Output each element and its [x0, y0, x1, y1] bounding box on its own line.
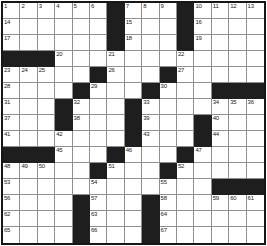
black-cell-r6c13: [212, 83, 229, 99]
clue-number-15: 15: [126, 19, 132, 26]
clue-number-50: 50: [39, 163, 45, 170]
white-cell-r1c1[interactable]: 1: [3, 3, 20, 19]
clue-number-24: 24: [21, 67, 27, 74]
white-cell-r1c6[interactable]: 6: [90, 3, 107, 19]
clue-number-6: 6: [91, 3, 94, 10]
white-cell-r2c13[interactable]: [212, 19, 229, 35]
clue-number-63: 63: [91, 211, 97, 218]
clue-number-22: 22: [178, 51, 184, 58]
clue-number-23: 23: [4, 67, 10, 74]
white-cell-r12c9[interactable]: [142, 179, 159, 195]
white-cell-r6c11[interactable]: [177, 83, 194, 99]
white-cell-r2c5[interactable]: [73, 19, 90, 35]
white-cell-r14c3[interactable]: [38, 211, 55, 227]
white-cell-r10c5[interactable]: [73, 147, 90, 163]
white-cell-r5c14[interactable]: [229, 67, 246, 83]
black-cell-r15c9: [142, 227, 159, 243]
white-cell-r2c10[interactable]: [160, 19, 177, 35]
white-cell-r13c10[interactable]: 58: [160, 195, 177, 211]
white-cell-r2c14[interactable]: [229, 19, 246, 35]
white-cell-r9c2[interactable]: [20, 131, 37, 147]
clue-number-31: 31: [4, 99, 10, 106]
clue-number-25: 25: [39, 67, 45, 74]
white-cell-r15c8[interactable]: [125, 227, 142, 243]
white-cell-r10c9[interactable]: [142, 147, 159, 163]
clue-number-47: 47: [195, 147, 201, 154]
white-cell-r6c2[interactable]: [20, 83, 37, 99]
clue-number-33: 33: [143, 99, 149, 106]
white-cell-r13c7[interactable]: [107, 195, 124, 211]
clue-number-43: 43: [143, 131, 149, 138]
white-cell-r5c8[interactable]: [125, 67, 142, 83]
white-cell-r11c2[interactable]: 49: [20, 163, 37, 179]
white-cell-r11c1[interactable]: 48: [3, 163, 20, 179]
white-cell-r3c2[interactable]: [20, 35, 37, 51]
white-cell-r9c5[interactable]: [73, 131, 90, 147]
clue-number-54: 54: [91, 179, 97, 186]
white-cell-r13c1[interactable]: 56: [3, 195, 20, 211]
white-cell-r2c12[interactable]: 16: [194, 19, 211, 35]
black-cell-r6c9: [142, 83, 159, 99]
white-cell-r8c6[interactable]: [90, 115, 107, 131]
white-cell-r1c15[interactable]: 13: [247, 3, 264, 19]
black-cell-r10c11: [177, 147, 194, 163]
clue-number-8: 8: [143, 3, 146, 10]
black-cell-r1c7: [107, 3, 124, 19]
white-cell-r14c6[interactable]: 63: [90, 211, 107, 227]
clue-number-29: 29: [91, 83, 97, 90]
white-cell-r1c2[interactable]: 2: [20, 3, 37, 19]
clue-number-26: 26: [108, 67, 114, 74]
white-cell-r11c15[interactable]: [247, 163, 264, 179]
clue-number-35: 35: [230, 99, 236, 106]
black-cell-r15c5: [73, 227, 90, 243]
white-cell-r11c4[interactable]: [55, 163, 72, 179]
white-cell-r4c7[interactable]: 21: [107, 51, 124, 67]
white-cell-r10c15[interactable]: [247, 147, 264, 163]
white-cell-r5c13[interactable]: [212, 67, 229, 83]
white-cell-r15c6[interactable]: 66: [90, 227, 107, 243]
clue-number-55: 55: [161, 179, 167, 186]
white-cell-r2c15[interactable]: [247, 19, 264, 35]
black-cell-r7c4: [55, 99, 72, 115]
clue-number-40: 40: [213, 115, 219, 122]
white-cell-r9c1[interactable]: 41: [3, 131, 20, 147]
white-cell-r12c12[interactable]: [194, 179, 211, 195]
clue-number-65: 65: [4, 227, 10, 234]
white-cell-r9c7[interactable]: [107, 131, 124, 147]
black-cell-r14c9: [142, 211, 159, 227]
white-cell-r6c1[interactable]: 28: [3, 83, 20, 99]
white-cell-r7c9[interactable]: 33: [142, 99, 159, 115]
white-cell-r6c8[interactable]: [125, 83, 142, 99]
white-cell-r8c9[interactable]: 39: [142, 115, 159, 131]
white-cell-r12c3[interactable]: [38, 179, 55, 195]
clue-number-5: 5: [74, 3, 77, 10]
white-cell-r5c3[interactable]: 25: [38, 67, 55, 83]
black-cell-r7c8: [125, 99, 142, 115]
clue-number-62: 62: [4, 211, 10, 218]
clue-number-36: 36: [248, 99, 254, 106]
white-cell-r14c13[interactable]: [212, 211, 229, 227]
white-cell-r12c6[interactable]: 54: [90, 179, 107, 195]
white-cell-r4c6[interactable]: [90, 51, 107, 67]
clue-number-16: 16: [195, 19, 201, 26]
white-cell-r14c8[interactable]: [125, 211, 142, 227]
black-cell-r2c7: [107, 19, 124, 35]
clue-number-51: 51: [108, 163, 114, 170]
white-cell-r4c4[interactable]: 20: [55, 51, 72, 67]
clue-number-39: 39: [143, 115, 149, 122]
white-cell-r9c10[interactable]: [160, 131, 177, 147]
clue-number-67: 67: [161, 227, 167, 234]
white-cell-r1c3[interactable]: 3: [38, 3, 55, 19]
white-cell-r7c3[interactable]: [38, 99, 55, 115]
clue-number-10: 10: [195, 3, 201, 10]
clue-number-32: 32: [74, 99, 80, 106]
white-cell-r6c12[interactable]: [194, 83, 211, 99]
white-cell-r7c5[interactable]: 32: [73, 99, 90, 115]
black-cell-r13c5: [73, 195, 90, 211]
white-cell-r15c13[interactable]: [212, 227, 229, 243]
white-cell-r7c6[interactable]: [90, 99, 107, 115]
white-cell-r7c14[interactable]: 35: [229, 99, 246, 115]
white-cell-r12c7[interactable]: [107, 179, 124, 195]
white-cell-r13c12[interactable]: [194, 195, 211, 211]
clue-number-58: 58: [161, 195, 167, 202]
white-cell-r4c5[interactable]: [73, 51, 90, 67]
white-cell-r3c9[interactable]: [142, 35, 159, 51]
clue-number-42: 42: [56, 131, 62, 138]
white-cell-r13c14[interactable]: 60: [229, 195, 246, 211]
white-cell-r5c2[interactable]: 24: [20, 67, 37, 83]
white-cell-r11c7[interactable]: 51: [107, 163, 124, 179]
white-cell-r5c9[interactable]: [142, 67, 159, 83]
clue-number-20: 20: [56, 51, 62, 58]
white-cell-r14c7[interactable]: [107, 211, 124, 227]
white-cell-r3c8[interactable]: 18: [125, 35, 142, 51]
white-cell-r5c1[interactable]: 23: [3, 67, 20, 83]
white-cell-r9c14[interactable]: [229, 131, 246, 147]
black-cell-r8c8: [125, 115, 142, 131]
white-cell-r12c2[interactable]: [20, 179, 37, 195]
white-cell-r7c10[interactable]: [160, 99, 177, 115]
white-cell-r10c14[interactable]: [229, 147, 246, 163]
clue-number-60: 60: [230, 195, 236, 202]
white-cell-r11c5[interactable]: [73, 163, 90, 179]
white-cell-r11c8[interactable]: [125, 163, 142, 179]
white-cell-r15c15[interactable]: [247, 227, 264, 243]
white-cell-r14c10[interactable]: 64: [160, 211, 177, 227]
clue-number-17: 17: [4, 35, 10, 42]
white-cell-r7c11[interactable]: [177, 99, 194, 115]
white-cell-r1c9[interactable]: 8: [142, 3, 159, 19]
clue-number-45: 45: [56, 147, 62, 154]
clue-number-18: 18: [126, 35, 132, 42]
white-cell-r4c9[interactable]: [142, 51, 159, 67]
white-cell-r3c5[interactable]: [73, 35, 90, 51]
white-cell-r1c13[interactable]: 11: [212, 3, 229, 19]
black-cell-r11c6: [90, 163, 107, 179]
white-cell-r2c1[interactable]: 14: [3, 19, 20, 35]
clue-number-12: 12: [230, 3, 236, 10]
white-cell-r4c15[interactable]: [247, 51, 264, 67]
white-cell-r9c15[interactable]: [247, 131, 264, 147]
white-cell-r13c13[interactable]: 59: [212, 195, 229, 211]
white-cell-r11c3[interactable]: 50: [38, 163, 55, 179]
white-cell-r10c12[interactable]: 47: [194, 147, 211, 163]
white-cell-r1c12[interactable]: 10: [194, 3, 211, 19]
clue-number-53: 53: [4, 179, 10, 186]
crossword-grid: 1234567891011121314151617181920212223242…: [1, 1, 266, 245]
black-cell-r3c11: [177, 35, 194, 51]
black-cell-r10c3: [38, 147, 55, 163]
white-cell-r3c14[interactable]: [229, 35, 246, 51]
white-cell-r11c12[interactable]: [194, 163, 211, 179]
white-cell-r14c12[interactable]: [194, 211, 211, 227]
clue-number-38: 38: [74, 115, 80, 122]
clue-number-21: 21: [108, 51, 114, 58]
white-cell-r14c4[interactable]: [55, 211, 72, 227]
black-cell-r5c6: [90, 67, 107, 83]
white-cell-r10c8[interactable]: 46: [125, 147, 142, 163]
white-cell-r15c2[interactable]: [20, 227, 37, 243]
white-cell-r8c15[interactable]: [247, 115, 264, 131]
white-cell-r9c9[interactable]: 43: [142, 131, 159, 147]
white-cell-r13c11[interactable]: [177, 195, 194, 211]
white-cell-r1c8[interactable]: 7: [125, 3, 142, 19]
white-cell-r14c14[interactable]: [229, 211, 246, 227]
clue-number-28: 28: [4, 83, 10, 90]
black-cell-r10c2: [20, 147, 37, 163]
white-cell-r13c2[interactable]: [20, 195, 37, 211]
black-cell-r12c13: [212, 179, 229, 195]
black-cell-r11c10: [160, 163, 177, 179]
white-cell-r12c8[interactable]: [125, 179, 142, 195]
white-cell-r11c14[interactable]: [229, 163, 246, 179]
black-cell-r6c5: [73, 83, 90, 99]
black-cell-r6c15: [247, 83, 264, 99]
white-cell-r15c3[interactable]: [38, 227, 55, 243]
white-cell-r12c10[interactable]: 55: [160, 179, 177, 195]
clue-number-7: 7: [126, 3, 129, 10]
black-cell-r2c11: [177, 19, 194, 35]
white-cell-r15c10[interactable]: 67: [160, 227, 177, 243]
clue-number-66: 66: [91, 227, 97, 234]
black-cell-r4c1: [3, 51, 20, 67]
white-cell-r13c8[interactable]: [125, 195, 142, 211]
clue-number-1: 1: [4, 3, 7, 10]
black-cell-r8c4: [55, 115, 72, 131]
white-cell-r10c13[interactable]: [212, 147, 229, 163]
white-cell-r12c1[interactable]: 53: [3, 179, 20, 195]
white-cell-r11c13[interactable]: [212, 163, 229, 179]
white-cell-r2c6[interactable]: [90, 19, 107, 35]
clue-number-14: 14: [4, 19, 10, 26]
white-cell-r9c11[interactable]: [177, 131, 194, 147]
white-cell-r10c4[interactable]: 45: [55, 147, 72, 163]
black-cell-r13c9: [142, 195, 159, 211]
clue-number-64: 64: [161, 211, 167, 218]
black-cell-r4c2: [20, 51, 37, 67]
clue-number-11: 11: [213, 3, 219, 10]
black-cell-r9c8: [125, 131, 142, 147]
black-cell-r12c14: [229, 179, 246, 195]
white-cell-r9c6[interactable]: [90, 131, 107, 147]
clue-number-19: 19: [195, 35, 201, 42]
black-cell-r1c11: [177, 3, 194, 19]
white-cell-r5c15[interactable]: [247, 67, 264, 83]
clue-number-37: 37: [4, 115, 10, 122]
white-cell-r13c3[interactable]: [38, 195, 55, 211]
white-cell-r12c5[interactable]: [73, 179, 90, 195]
white-cell-r8c3[interactable]: [38, 115, 55, 131]
clue-number-41: 41: [4, 131, 10, 138]
clue-number-46: 46: [126, 147, 132, 154]
black-cell-r14c5: [73, 211, 90, 227]
crossword-page: 1234567891011121314151617181920212223242…: [0, 0, 267, 246]
white-cell-r6c4[interactable]: [55, 83, 72, 99]
white-cell-r7c12[interactable]: [194, 99, 211, 115]
white-cell-r2c8[interactable]: 15: [125, 19, 142, 35]
white-cell-r13c4[interactable]: [55, 195, 72, 211]
white-cell-r6c7[interactable]: [107, 83, 124, 99]
white-cell-r14c11[interactable]: [177, 211, 194, 227]
white-cell-r8c13[interactable]: 40: [212, 115, 229, 131]
white-cell-r4c14[interactable]: [229, 51, 246, 67]
black-cell-r6c14: [229, 83, 246, 99]
black-cell-r4c3: [38, 51, 55, 67]
white-cell-r7c15[interactable]: 36: [247, 99, 264, 115]
clue-number-61: 61: [248, 195, 254, 202]
white-cell-r14c2[interactable]: [20, 211, 37, 227]
clue-number-34: 34: [213, 99, 219, 106]
black-cell-r9c12: [194, 131, 211, 147]
white-cell-r7c13[interactable]: 34: [212, 99, 229, 115]
white-cell-r9c13[interactable]: 44: [212, 131, 229, 147]
white-cell-r13c6[interactable]: 57: [90, 195, 107, 211]
white-cell-r9c4[interactable]: 42: [55, 131, 72, 147]
clue-number-57: 57: [91, 195, 97, 202]
white-cell-r15c12[interactable]: [194, 227, 211, 243]
black-cell-r8c12: [194, 115, 211, 131]
clue-number-2: 2: [21, 3, 24, 10]
white-cell-r10c6[interactable]: [90, 147, 107, 163]
white-cell-r2c2[interactable]: [20, 19, 37, 35]
clue-number-52: 52: [178, 163, 184, 170]
white-cell-r8c14[interactable]: [229, 115, 246, 131]
white-cell-r8c7[interactable]: [107, 115, 124, 131]
clue-number-4: 4: [56, 3, 59, 10]
white-cell-r15c1[interactable]: 65: [3, 227, 20, 243]
white-cell-r11c9[interactable]: [142, 163, 159, 179]
white-cell-r15c4[interactable]: [55, 227, 72, 243]
white-cell-r1c5[interactable]: 5: [73, 3, 90, 19]
white-cell-r12c4[interactable]: [55, 179, 72, 195]
clue-number-48: 48: [4, 163, 10, 170]
white-cell-r1c4[interactable]: 4: [55, 3, 72, 19]
white-cell-r5c7[interactable]: 26: [107, 67, 124, 83]
white-cell-r6c3[interactable]: [38, 83, 55, 99]
white-cell-r13c15[interactable]: 61: [247, 195, 264, 211]
clue-number-49: 49: [21, 163, 27, 170]
clue-number-3: 3: [39, 3, 42, 10]
white-cell-r3c1[interactable]: 17: [3, 35, 20, 51]
white-cell-r4c12[interactable]: [194, 51, 211, 67]
black-cell-r10c7: [107, 147, 124, 163]
white-cell-r15c11[interactable]: [177, 227, 194, 243]
white-cell-r7c7[interactable]: [107, 99, 124, 115]
white-cell-r12c11[interactable]: [177, 179, 194, 195]
white-cell-r4c11[interactable]: 22: [177, 51, 194, 67]
white-cell-r3c15[interactable]: [247, 35, 264, 51]
white-cell-r8c11[interactable]: [177, 115, 194, 131]
clue-number-9: 9: [161, 3, 164, 10]
white-cell-r5c11[interactable]: 27: [177, 67, 194, 83]
white-cell-r9c3[interactable]: [38, 131, 55, 147]
white-cell-r8c1[interactable]: 37: [3, 115, 20, 131]
white-cell-r2c4[interactable]: [55, 19, 72, 35]
white-cell-r11c11[interactable]: 52: [177, 163, 194, 179]
white-cell-r3c6[interactable]: [90, 35, 107, 51]
white-cell-r7c1[interactable]: 31: [3, 99, 20, 115]
white-cell-r1c10[interactable]: 9: [160, 3, 177, 19]
white-cell-r6c10[interactable]: 30: [160, 83, 177, 99]
clue-number-59: 59: [213, 195, 219, 202]
black-cell-r10c1: [3, 147, 20, 163]
white-cell-r4c13[interactable]: [212, 51, 229, 67]
white-cell-r5c5[interactable]: [73, 67, 90, 83]
white-cell-r15c14[interactable]: [229, 227, 246, 243]
white-cell-r3c10[interactable]: [160, 35, 177, 51]
white-cell-r8c5[interactable]: 38: [73, 115, 90, 131]
white-cell-r10c10[interactable]: [160, 147, 177, 163]
white-cell-r4c10[interactable]: [160, 51, 177, 67]
white-cell-r5c4[interactable]: [55, 67, 72, 83]
white-cell-r6c6[interactable]: 29: [90, 83, 107, 99]
white-cell-r14c1[interactable]: 62: [3, 211, 20, 227]
white-cell-r3c3[interactable]: [38, 35, 55, 51]
white-cell-r1c14[interactable]: 12: [229, 3, 246, 19]
white-cell-r4c8[interactable]: [125, 51, 142, 67]
clue-number-13: 13: [248, 3, 254, 10]
white-cell-r3c12[interactable]: 19: [194, 35, 211, 51]
clue-number-27: 27: [178, 67, 184, 74]
white-cell-r2c9[interactable]: [142, 19, 159, 35]
white-cell-r3c13[interactable]: [212, 35, 229, 51]
clue-number-44: 44: [213, 131, 219, 138]
white-cell-r14c15[interactable]: [247, 211, 264, 227]
clue-number-56: 56: [4, 195, 10, 202]
black-cell-r12c15: [247, 179, 264, 195]
white-cell-r8c10[interactable]: [160, 115, 177, 131]
clue-number-30: 30: [161, 83, 167, 90]
black-cell-r5c10: [160, 67, 177, 83]
black-cell-r3c7: [107, 35, 124, 51]
white-cell-r3c4[interactable]: [55, 35, 72, 51]
white-cell-r2c3[interactable]: [38, 19, 55, 35]
white-cell-r7c2[interactable]: [20, 99, 37, 115]
white-cell-r8c2[interactable]: [20, 115, 37, 131]
white-cell-r15c7[interactable]: [107, 227, 124, 243]
white-cell-r5c12[interactable]: [194, 67, 211, 83]
